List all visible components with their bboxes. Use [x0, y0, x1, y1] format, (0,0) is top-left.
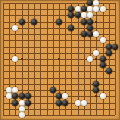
- black-stone: [75, 12, 81, 18]
- black-stone: [87, 25, 93, 31]
- black-stone: [56, 19, 62, 25]
- white-stone: [87, 56, 93, 62]
- black-stone: [106, 50, 112, 56]
- star-point: [95, 21, 97, 23]
- white-stone: [100, 6, 106, 12]
- white-stone: [87, 12, 93, 18]
- star-point: [58, 58, 60, 60]
- grid-line-vertical: [78, 3, 79, 115]
- white-stone: [62, 93, 68, 99]
- black-stone: [93, 87, 99, 93]
- white-stone: [19, 112, 25, 118]
- black-stone: [56, 93, 62, 99]
- grid-line-horizontal: [3, 78, 115, 79]
- white-stone: [93, 6, 99, 12]
- white-stone: [100, 93, 106, 99]
- star-point: [95, 58, 97, 60]
- black-stone: [100, 56, 106, 62]
- white-stone: [87, 6, 93, 12]
- grid-line-horizontal: [3, 71, 115, 72]
- go-board[interactable]: [0, 0, 120, 120]
- black-stone: [81, 31, 87, 37]
- black-stone: [100, 62, 106, 68]
- white-stone: [100, 37, 106, 43]
- black-stone: [106, 68, 112, 74]
- star-point: [95, 95, 97, 97]
- star-point: [21, 58, 23, 60]
- white-stone: [93, 31, 99, 37]
- black-stone: [56, 100, 62, 106]
- white-stone: [12, 87, 18, 93]
- grid-line-vertical: [71, 3, 72, 115]
- grid-line-vertical: [109, 3, 110, 115]
- black-stone: [106, 44, 112, 50]
- black-stone: [68, 12, 74, 18]
- black-stone: [93, 81, 99, 87]
- black-stone: [12, 93, 18, 99]
- grid-line-horizontal: [3, 65, 115, 66]
- black-stone: [19, 93, 25, 99]
- white-stone: [12, 25, 18, 31]
- black-stone: [68, 25, 74, 31]
- black-stone: [87, 19, 93, 25]
- white-stone: [81, 100, 87, 106]
- black-stone: [31, 19, 37, 25]
- black-stone: [81, 6, 87, 12]
- white-stone: [19, 106, 25, 112]
- white-stone: [19, 100, 25, 106]
- white-stone: [93, 50, 99, 56]
- white-stone: [6, 87, 12, 93]
- black-stone: [25, 100, 31, 106]
- black-stone: [19, 19, 25, 25]
- white-stone: [75, 6, 81, 12]
- white-stone: [93, 0, 99, 6]
- black-stone: [68, 6, 74, 12]
- grid-line-vertical: [115, 3, 116, 115]
- white-stone: [6, 93, 12, 99]
- black-stone: [62, 100, 68, 106]
- board-grid[interactable]: [3, 3, 115, 115]
- black-stone: [87, 0, 93, 6]
- white-stone: [75, 100, 81, 106]
- black-stone: [112, 44, 118, 50]
- black-stone: [25, 93, 31, 99]
- black-stone: [87, 31, 93, 37]
- white-stone: [12, 56, 18, 62]
- black-stone: [50, 87, 56, 93]
- white-stone: [81, 12, 87, 18]
- black-stone: [81, 19, 87, 25]
- black-stone: [12, 100, 18, 106]
